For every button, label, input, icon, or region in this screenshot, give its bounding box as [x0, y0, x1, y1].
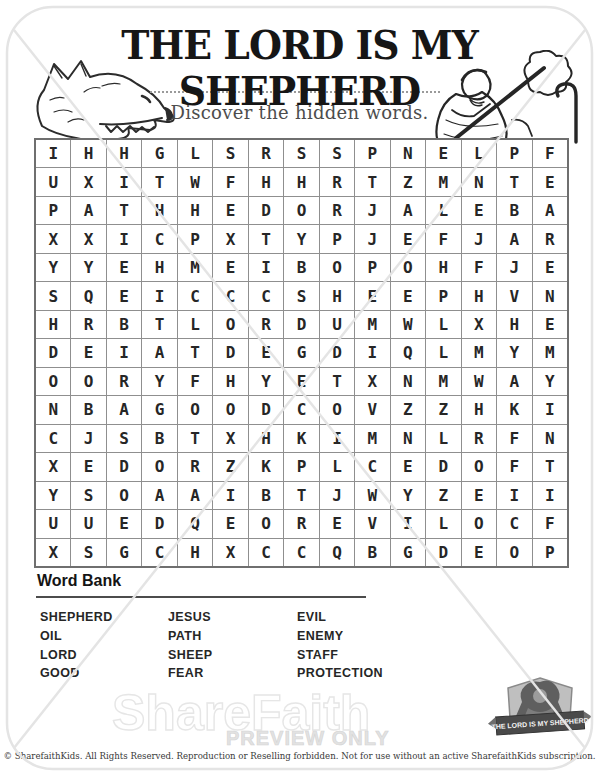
grid-cell[interactable]: R [284, 510, 318, 537]
grid-cell[interactable]: Y [533, 368, 567, 395]
grid-cell[interactable]: O [320, 254, 354, 281]
grid-cell[interactable]: D [107, 453, 141, 480]
grid-cell[interactable]: E [320, 510, 354, 537]
grid-cell[interactable]: O [462, 510, 496, 537]
grid-cell[interactable]: W [355, 482, 389, 509]
grid-cell[interactable]: E [462, 539, 496, 566]
grid-cell[interactable]: X [36, 539, 70, 566]
grid-cell[interactable]: E [533, 254, 567, 281]
grid-cell[interactable]: N [533, 425, 567, 452]
grid-cell[interactable]: G [284, 339, 318, 366]
grid-cell[interactable]: R [462, 425, 496, 452]
grid-cell[interactable]: A [497, 368, 531, 395]
grid-cell[interactable]: J [71, 425, 105, 452]
grid-cell[interactable]: E [107, 254, 141, 281]
grid-cell[interactable]: R [178, 453, 212, 480]
worksheet-page: THE LORD IS MY SHEPHERD Discover the hid… [0, 0, 599, 776]
grid-cell[interactable]: X [355, 368, 389, 395]
grid-cell[interactable]: E [533, 311, 567, 338]
grid-cell[interactable]: C [249, 282, 283, 309]
grid-cell[interactable]: C [355, 453, 389, 480]
grid-cell[interactable]: I [213, 482, 247, 509]
grid-cell[interactable]: R [249, 140, 283, 167]
grid-cell[interactable]: T [142, 168, 176, 195]
grid-cell[interactable]: Y [391, 482, 425, 509]
grid-cell[interactable]: S [36, 282, 70, 309]
grid-cell[interactable]: P [178, 225, 212, 252]
grid-cell[interactable]: C [142, 225, 176, 252]
grid-cell[interactable]: X [36, 453, 70, 480]
grid-cell[interactable]: L [426, 425, 460, 452]
grid-cell[interactable]: H [462, 396, 496, 423]
grid-cell[interactable]: I [391, 510, 425, 537]
grid-cell[interactable]: O [107, 482, 141, 509]
grid-cell[interactable]: D [213, 339, 247, 366]
grid-cell[interactable]: J [355, 197, 389, 224]
grid-cell[interactable]: C [142, 539, 176, 566]
grid-cell[interactable]: T [320, 368, 354, 395]
grid-cell[interactable]: W [462, 368, 496, 395]
grid-cell[interactable]: D [249, 396, 283, 423]
grid-cell[interactable]: S [284, 140, 318, 167]
grid-cell[interactable]: C [249, 539, 283, 566]
grid-cell[interactable]: Y [284, 225, 318, 252]
grid-cell[interactable]: D [426, 453, 460, 480]
grid-cell[interactable]: L [320, 453, 354, 480]
grid-cell[interactable]: I [497, 482, 531, 509]
grid-cell[interactable]: F [497, 425, 531, 452]
word-bank-item: JESUS [168, 608, 297, 627]
grid-cell[interactable]: F [533, 140, 567, 167]
grid-cell[interactable]: E [71, 339, 105, 366]
word-bank-item: ENEMY [297, 627, 457, 646]
word-bank-item: SHEPHERD [40, 608, 168, 627]
grid-cell[interactable]: W [391, 311, 425, 338]
grid-cell[interactable]: M [355, 311, 389, 338]
grid-cell[interactable]: P [355, 140, 389, 167]
grid-cell[interactable]: N [391, 140, 425, 167]
grid-cell[interactable]: F [426, 225, 460, 252]
grid-cell[interactable]: E [355, 282, 389, 309]
grid-cell[interactable]: B [249, 482, 283, 509]
grid-cell[interactable]: K [284, 425, 318, 452]
grid-cell[interactable]: Y [497, 339, 531, 366]
grid-cell[interactable]: B [71, 396, 105, 423]
grid-cell[interactable]: Q [178, 510, 212, 537]
grid-cell[interactable]: E [213, 510, 247, 537]
grid-cell[interactable]: Q [71, 282, 105, 309]
grid-cell[interactable]: F [462, 254, 496, 281]
grid-cell[interactable]: L [426, 311, 460, 338]
grid-cell[interactable]: X [36, 225, 70, 252]
grid-cell[interactable]: D [284, 311, 318, 338]
grid-cell[interactable]: P [533, 539, 567, 566]
grid-cell[interactable]: H [178, 197, 212, 224]
grid-cell[interactable]: H [426, 254, 460, 281]
preview-only-watermark: PREVIEW ONLY [226, 727, 390, 750]
grid-cell[interactable]: X [213, 425, 247, 452]
grid-cell[interactable]: H [462, 282, 496, 309]
grid-cell[interactable]: A [142, 482, 176, 509]
grid-cell[interactable]: C [497, 510, 531, 537]
grid-cell[interactable]: H [142, 254, 176, 281]
grid-cell[interactable]: I [355, 339, 389, 366]
grid-cell[interactable]: Q [391, 339, 425, 366]
grid-cell[interactable]: O [142, 453, 176, 480]
word-bank-item: PROTECTION [297, 664, 457, 683]
grid-cell[interactable]: L [426, 197, 460, 224]
grid-cell[interactable]: O [178, 396, 212, 423]
grid-cell[interactable]: E [249, 339, 283, 366]
grid-cell[interactable]: A [107, 396, 141, 423]
grid-cell[interactable]: B [284, 254, 318, 281]
grid-cell[interactable]: F [213, 168, 247, 195]
grid-cell[interactable]: Z [426, 482, 460, 509]
word-bank-item: PATH [168, 627, 297, 646]
grid-cell[interactable]: D [36, 339, 70, 366]
grid-cell[interactable]: Y [36, 254, 70, 281]
grid-cell[interactable]: Y [249, 368, 283, 395]
word-search-grid: IHHGLSRSSPNELPFUXITWFHHRTZMNTEPATHHEDORJ… [34, 138, 569, 568]
word-bank-column: JESUSPATHSHEEPFEAR [168, 608, 297, 683]
grid-cell[interactable]: J [497, 254, 531, 281]
page-title: THE LORD IS MY SHEPHERD [9, 22, 590, 114]
grid-cell[interactable]: E [213, 254, 247, 281]
grid-cell[interactable]: Q [320, 539, 354, 566]
grid-cell[interactable]: X [462, 311, 496, 338]
grid-cell[interactable]: G [391, 539, 425, 566]
grid-cell[interactable]: I [107, 168, 141, 195]
grid-cell[interactable]: X [71, 225, 105, 252]
grid-cell[interactable]: H [497, 311, 531, 338]
grid-cell[interactable]: J [320, 482, 354, 509]
word-bank-item: SHEEP [168, 646, 297, 665]
grid-cell[interactable]: E [462, 197, 496, 224]
grid-cell[interactable]: C [178, 282, 212, 309]
grid-cell[interactable]: C [284, 396, 318, 423]
grid-cell[interactable]: X [213, 539, 247, 566]
grid-cell[interactable]: O [213, 311, 247, 338]
grid-cell[interactable]: M [178, 254, 212, 281]
grid-cell[interactable]: M [533, 339, 567, 366]
grid-cell[interactable]: I [142, 282, 176, 309]
grid-cell[interactable]: Z [426, 396, 460, 423]
grid-cell[interactable]: U [36, 510, 70, 537]
grid-cell[interactable]: I [249, 254, 283, 281]
grid-cell[interactable]: N [391, 425, 425, 452]
grid-cell[interactable]: R [249, 311, 283, 338]
word-bank: SHEPHERDOILLORDGOOD JESUSPATHSHEEPFEAR E… [40, 608, 470, 683]
word-bank-item: LORD [40, 646, 168, 665]
grid-cell[interactable]: F [497, 453, 531, 480]
grid-cell[interactable]: S [71, 539, 105, 566]
grid-cell[interactable]: H [142, 197, 176, 224]
grid-cell[interactable]: R [533, 225, 567, 252]
grid-cell[interactable]: T [284, 482, 318, 509]
grid-cell[interactable]: J [355, 225, 389, 252]
grid-cell[interactable]: S [71, 482, 105, 509]
grid-cell[interactable]: O [320, 396, 354, 423]
grid-cell[interactable]: X [71, 168, 105, 195]
grid-cell[interactable]: W [178, 168, 212, 195]
grid-cell[interactable]: C [36, 425, 70, 452]
grid-cell[interactable]: O [249, 510, 283, 537]
grid-cell[interactable]: V [355, 396, 389, 423]
grid-cell[interactable]: L [178, 311, 212, 338]
grid-cell[interactable]: I [533, 482, 567, 509]
grid-cell[interactable]: S [213, 140, 247, 167]
grid-cell[interactable]: B [107, 311, 141, 338]
grid-cell[interactable]: B [497, 197, 531, 224]
word-bank-column: SHEPHERDOILLORDGOOD [40, 608, 168, 683]
grid-cell[interactable]: P [320, 225, 354, 252]
grid-cell[interactable]: T [497, 168, 531, 195]
grid-cell[interactable]: L [462, 140, 496, 167]
grid-cell[interactable]: M [426, 168, 460, 195]
grid-cell[interactable]: R [320, 168, 354, 195]
grid-cell[interactable]: E [533, 168, 567, 195]
grid-cell[interactable]: B [142, 425, 176, 452]
grid-cell[interactable]: H [107, 140, 141, 167]
grid-cell[interactable]: D [426, 539, 460, 566]
word-bank-item: EVIL [297, 608, 457, 627]
grid-cell[interactable]: F [178, 368, 212, 395]
grid-cell[interactable]: A [178, 482, 212, 509]
grid-cell[interactable]: T [249, 225, 283, 252]
grid-cell[interactable]: P [355, 254, 389, 281]
grid-cell[interactable]: L [178, 140, 212, 167]
grid-cell[interactable]: H [178, 539, 212, 566]
grid-cell[interactable]: O [284, 197, 318, 224]
grid-cell[interactable]: C [284, 539, 318, 566]
grid-cell[interactable]: N [36, 396, 70, 423]
grid-cell[interactable]: E [107, 510, 141, 537]
grid-cell[interactable]: G [142, 140, 176, 167]
grid-cell[interactable]: T [178, 339, 212, 366]
grid-cell[interactable]: U [71, 510, 105, 537]
grid-cell[interactable]: N [391, 368, 425, 395]
grid-cell[interactable]: O [391, 254, 425, 281]
grid-cell[interactable]: U [36, 168, 70, 195]
grid-cell[interactable]: Y [142, 368, 176, 395]
grid-cell[interactable]: H [213, 368, 247, 395]
grid-cell[interactable]: D [249, 197, 283, 224]
grid-cell[interactable]: S [107, 425, 141, 452]
word-bank-item: OIL [40, 627, 168, 646]
grid-cell[interactable]: E [391, 282, 425, 309]
word-bank-heading: Word Bank [37, 572, 121, 590]
grid-cell[interactable]: T [533, 453, 567, 480]
grid-cell[interactable]: T [178, 425, 212, 452]
grid-cell[interactable]: Y [36, 482, 70, 509]
grid-cell[interactable]: H [71, 140, 105, 167]
grid-cell[interactable]: S [284, 282, 318, 309]
grid-cell[interactable]: E [391, 225, 425, 252]
grid-cell[interactable]: R [71, 311, 105, 338]
grid-cell[interactable]: O [497, 539, 531, 566]
grid-cell[interactable]: T [355, 168, 389, 195]
grid-cell[interactable]: U [320, 311, 354, 338]
word-bank-item: GOOD [40, 664, 168, 683]
grid-cell[interactable]: T [142, 311, 176, 338]
grid-cell[interactable]: N [462, 168, 496, 195]
grid-cell[interactable]: K [497, 396, 531, 423]
grid-cell[interactable]: R [107, 368, 141, 395]
grid-cell[interactable]: R [320, 197, 354, 224]
grid-cell[interactable]: D [142, 510, 176, 537]
grid-cell[interactable]: E [107, 282, 141, 309]
grid-cell[interactable]: M [355, 425, 389, 452]
grid-cell[interactable]: C [213, 282, 247, 309]
grid-cell[interactable]: B [355, 539, 389, 566]
lesson-badge: THE LORD IS MY SHEPHERD [486, 674, 594, 748]
grid-cell[interactable]: A [533, 197, 567, 224]
grid-cell[interactable]: V [497, 282, 531, 309]
grid-cell[interactable]: M [462, 339, 496, 366]
grid-cell[interactable]: H [320, 282, 354, 309]
grid-cell[interactable]: S [320, 140, 354, 167]
grid-cell[interactable]: A [142, 339, 176, 366]
grid-cell[interactable]: L [426, 510, 460, 537]
word-bank-divider [36, 596, 366, 598]
grid-cell[interactable]: M [426, 368, 460, 395]
grid-cell[interactable]: D [320, 339, 354, 366]
grid-cell[interactable]: H [284, 168, 318, 195]
word-bank-item: FEAR [168, 664, 297, 683]
grid-cell[interactable]: I [107, 339, 141, 366]
grid-cell[interactable]: E [284, 368, 318, 395]
grid-cell[interactable]: I [320, 425, 354, 452]
grid-cell[interactable]: O [71, 368, 105, 395]
grid-cell[interactable]: A [71, 197, 105, 224]
grid-cell[interactable]: A [497, 225, 531, 252]
grid-cell[interactable]: G [107, 539, 141, 566]
grid-cell[interactable]: Z [391, 396, 425, 423]
grid-cell[interactable]: O [213, 396, 247, 423]
grid-cell[interactable]: Z [391, 168, 425, 195]
grid-cell[interactable]: Y [71, 254, 105, 281]
word-bank-item: STAFF [297, 646, 457, 665]
grid-cell[interactable]: Z [213, 453, 247, 480]
grid-cell[interactable]: J [462, 225, 496, 252]
grid-cell[interactable]: E [462, 482, 496, 509]
grid-cell[interactable]: P [426, 282, 460, 309]
grid-cell[interactable]: O [36, 368, 70, 395]
grid-cell[interactable]: G [142, 396, 176, 423]
grid-cell[interactable]: O [462, 453, 496, 480]
grid-cell[interactable]: V [355, 510, 389, 537]
copyright-line: © SharefaithKids. All Rights Reserved. R… [0, 751, 599, 761]
grid-cell[interactable]: I [533, 396, 567, 423]
grid-cell[interactable]: T [107, 197, 141, 224]
grid-cell[interactable]: A [391, 197, 425, 224]
grid-cell[interactable]: H [36, 311, 70, 338]
grid-cell[interactable]: K [249, 453, 283, 480]
grid-cell[interactable]: I [107, 225, 141, 252]
grid-cell[interactable]: X [213, 225, 247, 252]
grid-cell[interactable]: F [533, 510, 567, 537]
grid-cell[interactable]: E [391, 453, 425, 480]
word-bank-column: EVILENEMYSTAFFPROTECTION [297, 608, 457, 683]
grid-cell[interactable]: E [426, 140, 460, 167]
grid-cell[interactable]: P [284, 453, 318, 480]
grid-cell[interactable]: N [533, 282, 567, 309]
grid-cell[interactable]: H [249, 168, 283, 195]
grid-cell[interactable]: E [213, 197, 247, 224]
grid-cell[interactable]: P [497, 140, 531, 167]
grid-cell[interactable]: L [426, 339, 460, 366]
grid-cell[interactable]: E [71, 453, 105, 480]
grid-cell[interactable]: H [249, 425, 283, 452]
grid-cell[interactable]: I [36, 140, 70, 167]
grid-cell[interactable]: P [36, 197, 70, 224]
